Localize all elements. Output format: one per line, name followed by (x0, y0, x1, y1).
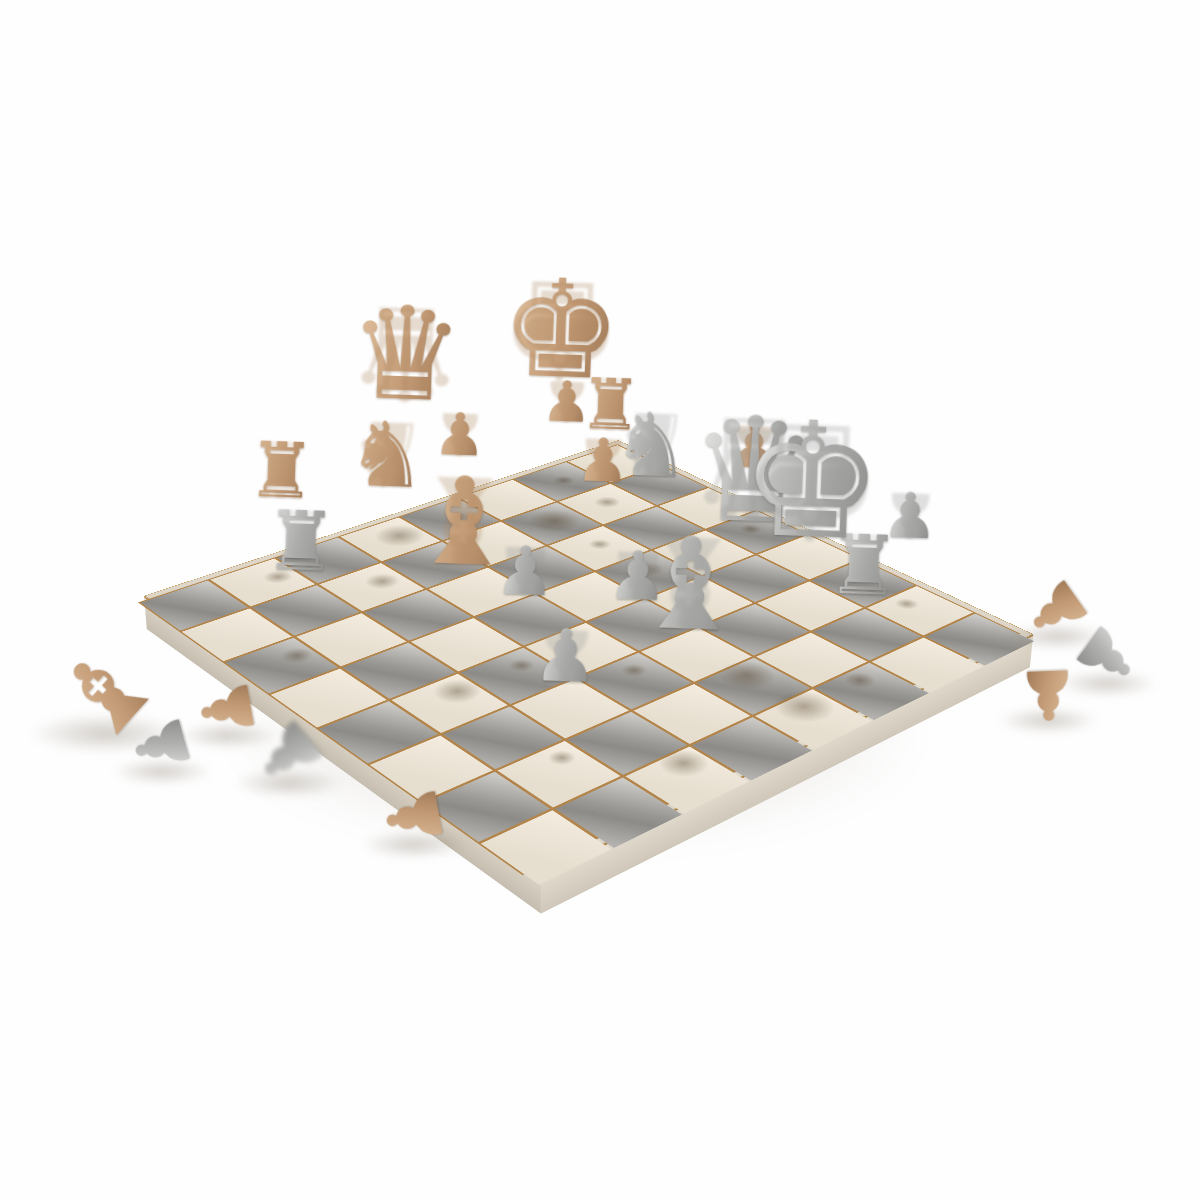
wood-pawn-icon: ♟ (1016, 660, 1079, 727)
product-photo-stage: ♟♟♜♜♚♚♟♟♛♛♞♞♜♜♟♟♟♟♝♝♟♟♞♞♜♜♛♛♚♚♟♟♟♟♝♝♟♟♜♜… (0, 0, 1200, 1200)
wood-pawn-icon: ♟ (375, 779, 454, 854)
chess-board: ♟♟♜♜♚♚♟♟♛♛♞♞♜♜♟♟♟♟♝♝♟♟♞♞♜♜♛♛♚♚♟♟♟♟♝♝♟♟♜♜ (144, 440, 1033, 875)
piece-reflection: ♛ (346, 289, 466, 415)
piece-reflection: ♚ (498, 262, 624, 395)
piece-reflection: ♟ (532, 619, 599, 690)
piece-reflection: ♝ (407, 461, 519, 579)
pieces-layer: ♟♟♜♜♚♚♟♟♛♛♞♞♜♜♟♟♟♟♝♝♟♟♞♞♜♜♛♛♚♚♟♟♟♟♝♝♟♟♜♜ (144, 440, 1033, 875)
wood-pawn-icon: ♟ (191, 673, 265, 744)
captured-wood-pawn-2: ♟ (191, 673, 265, 744)
captured-wood-pawn-8: ♟ (1016, 660, 1079, 727)
piece-reflection: ♞ (611, 401, 693, 487)
captured-wood-pawn-5: ♟ (375, 779, 454, 854)
piece-reflection: ♝ (631, 520, 749, 645)
piece-reflection: ♜ (263, 499, 339, 579)
piece-reflection: ♚ (738, 401, 886, 557)
